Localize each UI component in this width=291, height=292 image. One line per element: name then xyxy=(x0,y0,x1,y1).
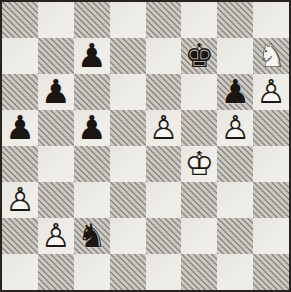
square-c8[interactable] xyxy=(74,2,110,38)
square-c6[interactable] xyxy=(74,74,110,110)
white-king: ♚♔ xyxy=(181,146,217,182)
square-b8[interactable] xyxy=(38,2,74,38)
black-king: ♚ xyxy=(181,38,217,74)
white-pawn: ♟♙ xyxy=(217,110,253,146)
square-a8[interactable] xyxy=(2,2,38,38)
square-d4[interactable] xyxy=(110,146,146,182)
square-h2[interactable] xyxy=(253,218,289,254)
white-pawn: ♟♙ xyxy=(146,110,182,146)
white-pawn: ♟♙ xyxy=(38,218,74,254)
black-knight: ♞ xyxy=(74,218,110,254)
square-e2[interactable] xyxy=(146,218,182,254)
square-d5[interactable] xyxy=(110,110,146,146)
black-pawn: ♟ xyxy=(38,74,74,110)
square-a5[interactable]: ♟ xyxy=(2,110,38,146)
square-g7[interactable] xyxy=(217,38,253,74)
square-e8[interactable] xyxy=(146,2,182,38)
square-h4[interactable] xyxy=(253,146,289,182)
square-a6[interactable] xyxy=(2,74,38,110)
white-pawn: ♟♙ xyxy=(253,74,289,110)
square-g6[interactable]: ♟ xyxy=(217,74,253,110)
square-g3[interactable] xyxy=(217,182,253,218)
square-h1[interactable] xyxy=(253,254,289,290)
square-f3[interactable] xyxy=(181,182,217,218)
white-pawn: ♟♙ xyxy=(2,182,38,218)
square-g5[interactable]: ♟♙ xyxy=(217,110,253,146)
square-e5[interactable]: ♟♙ xyxy=(146,110,182,146)
square-c2[interactable]: ♞ xyxy=(74,218,110,254)
square-d3[interactable] xyxy=(110,182,146,218)
square-g1[interactable] xyxy=(217,254,253,290)
square-f2[interactable] xyxy=(181,218,217,254)
square-h8[interactable] xyxy=(253,2,289,38)
square-b5[interactable] xyxy=(38,110,74,146)
square-a1[interactable] xyxy=(2,254,38,290)
square-e3[interactable] xyxy=(146,182,182,218)
black-pawn: ♟ xyxy=(74,38,110,74)
scanned-chess-diagram: ♟♚♞♘♟♟♟♙♟♟♟♙♟♙♚♔♟♙♟♙♞ xyxy=(0,0,291,292)
square-c1[interactable] xyxy=(74,254,110,290)
square-c7[interactable]: ♟ xyxy=(74,38,110,74)
square-h6[interactable]: ♟♙ xyxy=(253,74,289,110)
square-b3[interactable] xyxy=(38,182,74,218)
square-e7[interactable] xyxy=(146,38,182,74)
square-d6[interactable] xyxy=(110,74,146,110)
square-d1[interactable] xyxy=(110,254,146,290)
square-b7[interactable] xyxy=(38,38,74,74)
board-frame: ♟♚♞♘♟♟♟♙♟♟♟♙♟♙♚♔♟♙♟♙♞ xyxy=(0,0,291,292)
square-a2[interactable] xyxy=(2,218,38,254)
square-h5[interactable] xyxy=(253,110,289,146)
white-knight: ♞♘ xyxy=(253,38,289,74)
chessboard: ♟♚♞♘♟♟♟♙♟♟♟♙♟♙♚♔♟♙♟♙♞ xyxy=(2,2,289,290)
square-b6[interactable]: ♟ xyxy=(38,74,74,110)
square-e6[interactable] xyxy=(146,74,182,110)
square-a3[interactable]: ♟♙ xyxy=(2,182,38,218)
square-g2[interactable] xyxy=(217,218,253,254)
square-f5[interactable] xyxy=(181,110,217,146)
square-d2[interactable] xyxy=(110,218,146,254)
square-d7[interactable] xyxy=(110,38,146,74)
square-e1[interactable] xyxy=(146,254,182,290)
square-d8[interactable] xyxy=(110,2,146,38)
square-f6[interactable] xyxy=(181,74,217,110)
square-g4[interactable] xyxy=(217,146,253,182)
black-pawn: ♟ xyxy=(74,110,110,146)
black-pawn: ♟ xyxy=(2,110,38,146)
square-c5[interactable]: ♟ xyxy=(74,110,110,146)
square-f8[interactable] xyxy=(181,2,217,38)
square-c4[interactable] xyxy=(74,146,110,182)
square-e4[interactable] xyxy=(146,146,182,182)
black-pawn: ♟ xyxy=(217,74,253,110)
square-g8[interactable] xyxy=(217,2,253,38)
square-b1[interactable] xyxy=(38,254,74,290)
square-f4[interactable]: ♚♔ xyxy=(181,146,217,182)
square-b2[interactable]: ♟♙ xyxy=(38,218,74,254)
square-a4[interactable] xyxy=(2,146,38,182)
square-h7[interactable]: ♞♘ xyxy=(253,38,289,74)
square-c3[interactable] xyxy=(74,182,110,218)
square-h3[interactable] xyxy=(253,182,289,218)
square-b4[interactable] xyxy=(38,146,74,182)
square-f7[interactable]: ♚ xyxy=(181,38,217,74)
square-f1[interactable] xyxy=(181,254,217,290)
square-a7[interactable] xyxy=(2,38,38,74)
